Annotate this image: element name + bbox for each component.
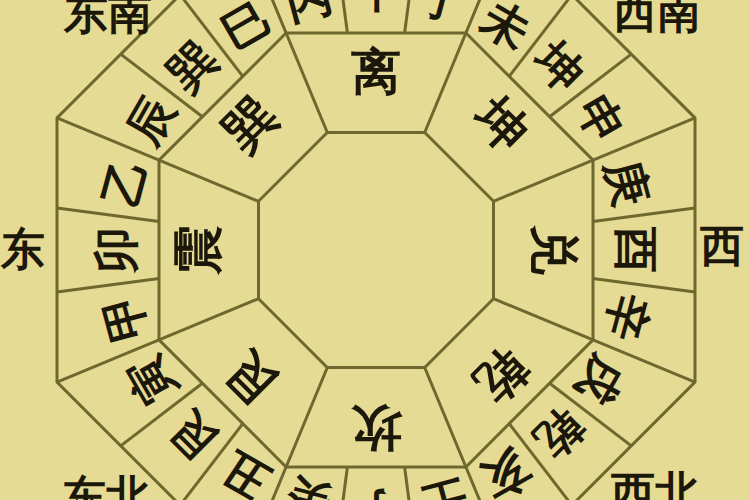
- trigram-ring-divider: [425, 368, 466, 468]
- center-octagon: [259, 133, 494, 368]
- mountain-mao: 卯: [89, 227, 143, 274]
- corner-label-southeast: 东南: [63, 0, 152, 38]
- mountain-geng: 庚: [595, 153, 659, 212]
- mountain-jia: 甲: [93, 288, 157, 346]
- trigram-li: 离: [351, 43, 401, 101]
- corner-label-northeast: 东北: [61, 471, 150, 500]
- trigram-ring-divider: [159, 160, 259, 201]
- trigram-ring-divider: [286, 368, 327, 468]
- corner-label-southwest: 西南: [612, 0, 701, 37]
- mountain-ding: 丁: [413, 0, 472, 31]
- mountain-zi: 子: [353, 483, 399, 500]
- trigram-zhen: 震: [169, 225, 227, 276]
- mountain-ren: 壬: [414, 469, 473, 500]
- corner-label-east: 东: [0, 223, 45, 274]
- mountain-wu: 午: [351, 0, 399, 17]
- trigram-ring-divider: [286, 33, 327, 133]
- mountain-gui: 癸: [279, 469, 339, 500]
- bagua-compass-diagram: 午丁未坤申庚酉辛戌乾亥壬子癸丑艮寅甲卯乙辰巽巳丙离坤兑乾坎艮震巽东南西南东西东北…: [0, 0, 750, 500]
- compass-svg: 午丁未坤申庚酉辛戌乾亥壬子癸丑艮寅甲卯乙辰巽巳丙离坤兑乾坎艮震巽东南西南东西东北…: [0, 0, 750, 500]
- trigram-ring-divider: [494, 299, 594, 340]
- trigram-ring-divider: [494, 160, 594, 201]
- trigram-ring-divider: [425, 33, 466, 133]
- corner-label-west: 西: [699, 220, 744, 271]
- trigram-kan: 坎: [351, 399, 403, 457]
- mountain-yi: 乙: [93, 153, 157, 211]
- trigram-dui: 兑: [525, 224, 583, 275]
- mountain-xin: 辛: [595, 287, 659, 346]
- trigram-ring-divider: [159, 299, 259, 340]
- mountain-bing: 丙: [279, 0, 337, 31]
- mountain-you: 酉: [609, 226, 663, 273]
- corner-label-northwest: 西北: [610, 467, 699, 500]
